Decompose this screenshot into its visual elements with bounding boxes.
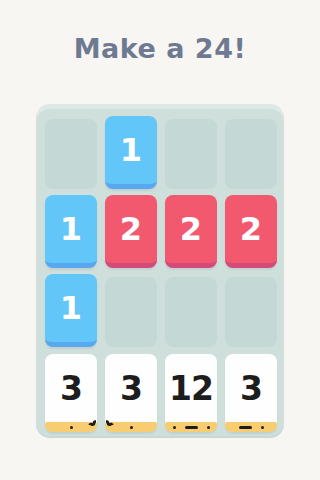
face-hook-right-icon <box>87 417 97 427</box>
face-dot-icon <box>261 426 264 429</box>
tile-2[interactable]: 2 <box>225 195 277 268</box>
board[interactable]: 11222133123 <box>36 104 284 438</box>
cell-r4c1: 3 <box>45 356 97 426</box>
card-12[interactable]: 12 <box>165 354 217 432</box>
card-3[interactable]: 3 <box>45 354 97 432</box>
cell-r4c3: 12 <box>165 356 217 426</box>
cell-r2c2: 2 <box>105 198 157 268</box>
face-dot-icon <box>130 426 133 429</box>
tile-1[interactable]: 1 <box>45 195 97 268</box>
face-dash-icon <box>239 426 252 429</box>
card-3[interactable]: 3 <box>105 354 157 432</box>
face-dot-icon <box>207 426 210 429</box>
empty-cell-r3c4 <box>225 277 277 347</box>
cell-r2c3: 2 <box>165 198 217 268</box>
empty-cell-r3c2 <box>105 277 157 347</box>
empty-cell-r3c3 <box>165 277 217 347</box>
cell-r1c2: 1 <box>105 119 157 189</box>
card-number: 12 <box>169 354 213 422</box>
face-dash-icon <box>185 426 198 429</box>
tile-2[interactable]: 2 <box>165 195 217 268</box>
cell-r4c4: 3 <box>225 356 277 426</box>
card-face-strip <box>45 422 97 432</box>
cell-r3c1: 1 <box>45 277 97 347</box>
card-face-strip <box>225 422 277 432</box>
empty-cell-r1c4 <box>225 119 277 189</box>
card-face-strip <box>165 422 217 432</box>
face-hook-left-icon <box>105 417 115 427</box>
empty-cell-r1c1 <box>45 119 97 189</box>
cell-r2c1: 1 <box>45 198 97 268</box>
tile-2[interactable]: 2 <box>105 195 157 268</box>
cell-r4c2: 3 <box>105 356 157 426</box>
card-number: 3 <box>60 354 82 422</box>
card-3[interactable]: 3 <box>225 354 277 432</box>
face-dot-icon <box>173 426 176 429</box>
cell-r2c4: 2 <box>225 198 277 268</box>
tile-1[interactable]: 1 <box>45 274 97 347</box>
empty-cell-r1c3 <box>165 119 217 189</box>
card-number: 3 <box>120 354 142 422</box>
tile-1[interactable]: 1 <box>105 116 157 189</box>
card-number: 3 <box>240 354 262 422</box>
card-face-strip <box>105 422 157 432</box>
page-title: Make a 24! <box>0 33 320 64</box>
face-dot-icon <box>70 426 73 429</box>
